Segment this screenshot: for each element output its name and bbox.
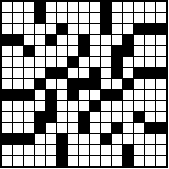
open-cell-r5-c14[interactable] xyxy=(156,57,166,67)
open-cell-r14-c3[interactable] xyxy=(35,156,45,166)
blocked-cell-r8-c10 xyxy=(112,90,122,100)
open-cell-r12-c8[interactable] xyxy=(90,134,100,144)
open-cell-r1-c8[interactable] xyxy=(90,13,100,23)
blocked-cell-r8-c6 xyxy=(68,90,78,100)
open-cell-r13-c2[interactable] xyxy=(24,145,34,155)
blocked-cell-r6-c12 xyxy=(134,68,144,78)
open-cell-r4-c9[interactable] xyxy=(101,46,111,56)
open-cell-r9-c10[interactable] xyxy=(112,101,122,111)
blocked-cell-r8-c9 xyxy=(101,90,111,100)
open-cell-r1-c11[interactable] xyxy=(123,13,133,23)
blocked-cell-r6-c13 xyxy=(145,68,155,78)
open-cell-r5-c2[interactable] xyxy=(24,57,34,67)
open-cell-r3-c2[interactable] xyxy=(24,35,34,45)
open-cell-r12-c13[interactable] xyxy=(145,134,155,144)
open-cell-r3-c3[interactable] xyxy=(35,35,45,45)
open-cell-r2-c1[interactable] xyxy=(13,24,23,34)
open-cell-r4-c5[interactable] xyxy=(57,46,67,56)
open-cell-r1-c13[interactable] xyxy=(145,13,155,23)
open-cell-r3-c13[interactable] xyxy=(145,35,155,45)
open-cell-r14-c8[interactable] xyxy=(90,156,100,166)
open-cell-r13-c6[interactable] xyxy=(68,145,78,155)
open-cell-r14-c4[interactable] xyxy=(46,156,56,166)
blocked-cell-r2-c5 xyxy=(57,24,67,34)
open-cell-r1-c2[interactable] xyxy=(24,13,34,23)
open-cell-r10-c14[interactable] xyxy=(156,112,166,122)
open-cell-r9-c5[interactable] xyxy=(57,101,67,111)
open-cell-r9-c3[interactable] xyxy=(35,101,45,111)
open-cell-r5-c8[interactable] xyxy=(90,57,100,67)
open-cell-r8-c11[interactable] xyxy=(123,90,133,100)
open-cell-r8-c12[interactable] xyxy=(134,90,144,100)
open-cell-r1-c14[interactable] xyxy=(156,13,166,23)
open-cell-r13-c8[interactable] xyxy=(90,145,100,155)
blocked-cell-r9-c4 xyxy=(46,101,56,111)
open-cell-r12-c12[interactable] xyxy=(134,134,144,144)
open-cell-r0-c11[interactable] xyxy=(123,2,133,12)
open-cell-r12-c10[interactable] xyxy=(112,134,122,144)
open-cell-r4-c8[interactable] xyxy=(90,46,100,56)
blocked-cell-r12-c5 xyxy=(57,134,67,144)
blocked-cell-r11-c3 xyxy=(35,123,45,133)
blocked-cell-r11-c14 xyxy=(156,123,166,133)
open-cell-r5-c0[interactable] xyxy=(2,57,12,67)
open-cell-r9-c14[interactable] xyxy=(156,101,166,111)
open-cell-r14-c7[interactable] xyxy=(79,156,89,166)
open-cell-r1-c1[interactable] xyxy=(13,13,23,23)
open-cell-r7-c5[interactable] xyxy=(57,79,67,89)
open-cell-r1-c7[interactable] xyxy=(79,13,89,23)
blocked-cell-r10-c4 xyxy=(46,112,56,122)
blocked-cell-r12-c9 xyxy=(101,134,111,144)
open-cell-r14-c13[interactable] xyxy=(145,156,155,166)
open-cell-r2-c3[interactable] xyxy=(35,24,45,34)
blocked-cell-r14-c5 xyxy=(57,156,67,166)
open-cell-r2-c2[interactable] xyxy=(24,24,34,34)
open-cell-r6-c7[interactable] xyxy=(79,68,89,78)
blocked-cell-r13-c5 xyxy=(57,145,67,155)
open-cell-r14-c1[interactable] xyxy=(13,156,23,166)
blocked-cell-r9-c8 xyxy=(90,101,100,111)
open-cell-r10-c6[interactable] xyxy=(68,112,78,122)
open-cell-r13-c14[interactable] xyxy=(156,145,166,155)
open-cell-r8-c8[interactable] xyxy=(90,90,100,100)
open-cell-r6-c2[interactable] xyxy=(24,68,34,78)
open-cell-r7-c12[interactable] xyxy=(134,79,144,89)
blocked-cell-r4-c11 xyxy=(123,46,133,56)
open-cell-r13-c7[interactable] xyxy=(79,145,89,155)
blocked-cell-r5-c10 xyxy=(112,57,122,67)
open-cell-r10-c9[interactable] xyxy=(101,112,111,122)
open-cell-r5-c11[interactable] xyxy=(123,57,133,67)
open-cell-r11-c2[interactable] xyxy=(24,123,34,133)
blocked-cell-r12-c2 xyxy=(24,134,34,144)
open-cell-r14-c9[interactable] xyxy=(101,156,111,166)
open-cell-r9-c12[interactable] xyxy=(134,101,144,111)
blocked-cell-r6-c4 xyxy=(46,68,56,78)
open-cell-r11-c12[interactable] xyxy=(134,123,144,133)
open-cell-r6-c6[interactable] xyxy=(68,68,78,78)
open-cell-r9-c13[interactable] xyxy=(145,101,155,111)
open-cell-r5-c1[interactable] xyxy=(13,57,23,67)
open-cell-r7-c10[interactable] xyxy=(112,79,122,89)
open-cell-r10-c8[interactable] xyxy=(90,112,100,122)
open-cell-r13-c9[interactable] xyxy=(101,145,111,155)
open-cell-r9-c6[interactable] xyxy=(68,101,78,111)
blocked-cell-r4-c2 xyxy=(24,46,34,56)
open-cell-r2-c0[interactable] xyxy=(2,24,12,34)
blocked-cell-r2-c13 xyxy=(145,24,155,34)
blocked-cell-r8-c0 xyxy=(2,90,12,100)
open-cell-r2-c6[interactable] xyxy=(68,24,78,34)
blocked-cell-r2-c12 xyxy=(134,24,144,34)
blocked-cell-r14-c11 xyxy=(123,156,133,166)
blocked-cell-r3-c4 xyxy=(46,35,56,45)
blocked-cell-r7-c11 xyxy=(123,79,133,89)
open-cell-r13-c4[interactable] xyxy=(46,145,56,155)
open-cell-r2-c11[interactable] xyxy=(123,24,133,34)
open-cell-r0-c10[interactable] xyxy=(112,2,122,12)
open-cell-r13-c12[interactable] xyxy=(134,145,144,155)
open-cell-r0-c7[interactable] xyxy=(79,2,89,12)
open-cell-r4-c14[interactable] xyxy=(156,46,166,56)
open-cell-r7-c13[interactable] xyxy=(145,79,155,89)
blocked-cell-r11-c7 xyxy=(79,123,89,133)
open-cell-r0-c12[interactable] xyxy=(134,2,144,12)
open-cell-r7-c4[interactable] xyxy=(46,79,56,89)
open-cell-r14-c6[interactable] xyxy=(68,156,78,166)
open-cell-r3-c10[interactable] xyxy=(112,35,122,45)
open-cell-r7-c2[interactable] xyxy=(24,79,34,89)
open-cell-r3-c5[interactable] xyxy=(57,35,67,45)
blocked-cell-r8-c4 xyxy=(46,90,56,100)
open-cell-r13-c3[interactable] xyxy=(35,145,45,155)
open-cell-r2-c8[interactable] xyxy=(90,24,100,34)
open-cell-r1-c4[interactable] xyxy=(46,13,56,23)
open-cell-r11-c6[interactable] xyxy=(68,123,78,133)
blocked-cell-r7-c6 xyxy=(68,79,78,89)
open-cell-r5-c4[interactable] xyxy=(46,57,56,67)
open-cell-r3-c14[interactable] xyxy=(156,35,166,45)
open-cell-r1-c5[interactable] xyxy=(57,13,67,23)
open-cell-r9-c11[interactable] xyxy=(123,101,133,111)
open-cell-r0-c2[interactable] xyxy=(24,2,34,12)
open-cell-r13-c1[interactable] xyxy=(13,145,23,155)
open-cell-r5-c13[interactable] xyxy=(145,57,155,67)
blocked-cell-r10-c7 xyxy=(79,112,89,122)
open-cell-r5-c3[interactable] xyxy=(35,57,45,67)
open-cell-r0-c14[interactable] xyxy=(156,2,166,12)
blocked-cell-r8-c2 xyxy=(24,90,34,100)
blocked-cell-r10-c3 xyxy=(35,112,45,122)
open-cell-r14-c10[interactable] xyxy=(112,156,122,166)
open-cell-r12-c11[interactable] xyxy=(123,134,133,144)
open-cell-r0-c5[interactable] xyxy=(57,2,67,12)
open-cell-r4-c0[interactable] xyxy=(2,46,12,56)
open-cell-r11-c1[interactable] xyxy=(13,123,23,133)
open-cell-r9-c1[interactable] xyxy=(13,101,23,111)
open-cell-r7-c9[interactable] xyxy=(101,79,111,89)
open-cell-r11-c4[interactable] xyxy=(46,123,56,133)
open-cell-r13-c0[interactable] xyxy=(2,145,12,155)
open-cell-r3-c12[interactable] xyxy=(134,35,144,45)
open-cell-r0-c13[interactable] xyxy=(145,2,155,12)
open-cell-r9-c9[interactable] xyxy=(101,101,111,111)
blocked-cell-r10-c12 xyxy=(134,112,144,122)
open-cell-r7-c14[interactable] xyxy=(156,79,166,89)
open-cell-r12-c4[interactable] xyxy=(46,134,56,144)
open-cell-r4-c3[interactable] xyxy=(35,46,45,56)
blocked-cell-r13-c11 xyxy=(123,145,133,155)
open-cell-r13-c13[interactable] xyxy=(145,145,155,155)
crossword-page xyxy=(0,0,169,169)
blocked-cell-r7-c7 xyxy=(79,79,89,89)
open-cell-r9-c0[interactable] xyxy=(2,101,12,111)
open-cell-r6-c11[interactable] xyxy=(123,68,133,78)
open-cell-r12-c6[interactable] xyxy=(68,134,78,144)
open-cell-r5-c12[interactable] xyxy=(134,57,144,67)
open-cell-r14-c2[interactable] xyxy=(24,156,34,166)
open-cell-r7-c0[interactable] xyxy=(2,79,12,89)
open-cell-r11-c5[interactable] xyxy=(57,123,67,133)
open-cell-r0-c1[interactable] xyxy=(13,2,23,12)
open-cell-r8-c7[interactable] xyxy=(79,90,89,100)
blocked-cell-r3-c0 xyxy=(2,35,12,45)
blocked-cell-r12-c1 xyxy=(13,134,23,144)
blocked-cell-r12-c0 xyxy=(2,134,12,144)
blocked-cell-r1-c9 xyxy=(101,13,111,23)
open-cell-r1-c12[interactable] xyxy=(134,13,144,23)
blocked-cell-r6-c10 xyxy=(112,68,122,78)
open-cell-r4-c6[interactable] xyxy=(68,46,78,56)
open-cell-r2-c4[interactable] xyxy=(46,24,56,34)
open-cell-r7-c1[interactable] xyxy=(13,79,23,89)
blocked-cell-r6-c8 xyxy=(90,68,100,78)
blocked-cell-r1-c3 xyxy=(35,13,45,23)
blocked-cell-r6-c14 xyxy=(156,68,166,78)
blocked-cell-r0-c3 xyxy=(35,2,45,12)
open-cell-r10-c1[interactable] xyxy=(13,112,23,122)
blocked-cell-r11-c10 xyxy=(112,123,122,133)
open-cell-r4-c13[interactable] xyxy=(145,46,155,56)
open-cell-r3-c6[interactable] xyxy=(68,35,78,45)
open-cell-r0-c8[interactable] xyxy=(90,2,100,12)
open-cell-r9-c7[interactable] xyxy=(79,101,89,111)
open-cell-r2-c10[interactable] xyxy=(112,24,122,34)
open-cell-r4-c1[interactable] xyxy=(13,46,23,56)
open-cell-r2-c7[interactable] xyxy=(79,24,89,34)
open-cell-r5-c7[interactable] xyxy=(79,57,89,67)
open-cell-r1-c0[interactable] xyxy=(2,13,12,23)
blocked-cell-r6-c5 xyxy=(57,68,67,78)
blocked-cell-r3-c11 xyxy=(123,35,133,45)
open-cell-r9-c2[interactable] xyxy=(24,101,34,111)
open-cell-r11-c9[interactable] xyxy=(101,123,111,133)
open-cell-r5-c9[interactable] xyxy=(101,57,111,67)
blocked-cell-r4-c10 xyxy=(112,46,122,56)
open-cell-r11-c0[interactable] xyxy=(2,123,12,133)
open-cell-r10-c2[interactable] xyxy=(24,112,34,122)
open-cell-r8-c3[interactable] xyxy=(35,90,45,100)
blocked-cell-r8-c1 xyxy=(13,90,23,100)
open-cell-r10-c5[interactable] xyxy=(57,112,67,122)
open-cell-r14-c14[interactable] xyxy=(156,156,166,166)
crossword-grid xyxy=(0,0,168,168)
open-cell-r0-c6[interactable] xyxy=(68,2,78,12)
open-cell-r12-c14[interactable] xyxy=(156,134,166,144)
blocked-cell-r4-c7 xyxy=(79,46,89,56)
open-cell-r6-c1[interactable] xyxy=(13,68,23,78)
open-cell-r6-c3[interactable] xyxy=(35,68,45,78)
open-cell-r8-c5[interactable] xyxy=(57,90,67,100)
blocked-cell-r7-c8 xyxy=(90,79,100,89)
open-cell-r14-c0[interactable] xyxy=(2,156,12,166)
open-cell-r3-c8[interactable] xyxy=(90,35,100,45)
open-cell-r10-c10[interactable] xyxy=(112,112,122,122)
open-cell-r6-c0[interactable] xyxy=(2,68,12,78)
blocked-cell-r2-c9 xyxy=(101,24,111,34)
open-cell-r6-c9[interactable] xyxy=(101,68,111,78)
open-cell-r11-c8[interactable] xyxy=(90,123,100,133)
open-cell-r4-c12[interactable] xyxy=(134,46,144,56)
blocked-cell-r5-c6 xyxy=(68,57,78,67)
open-cell-r1-c10[interactable] xyxy=(112,13,122,23)
blocked-cell-r11-c13 xyxy=(145,123,155,133)
open-cell-r12-c7[interactable] xyxy=(79,134,89,144)
open-cell-r5-c5[interactable] xyxy=(57,57,67,67)
blocked-cell-r3-c1 xyxy=(13,35,23,45)
blocked-cell-r2-c14 xyxy=(156,24,166,34)
open-cell-r0-c4[interactable] xyxy=(46,2,56,12)
open-cell-r14-c12[interactable] xyxy=(134,156,144,166)
open-cell-r10-c13[interactable] xyxy=(145,112,155,122)
blocked-cell-r7-c3 xyxy=(35,79,45,89)
open-cell-r10-c11[interactable] xyxy=(123,112,133,122)
open-cell-r11-c11[interactable] xyxy=(123,123,133,133)
open-cell-r0-c0[interactable] xyxy=(2,2,12,12)
open-cell-r13-c10[interactable] xyxy=(112,145,122,155)
blocked-cell-r3-c7 xyxy=(79,35,89,45)
open-cell-r12-c3[interactable] xyxy=(35,134,45,144)
blocked-cell-r0-c9 xyxy=(101,2,111,12)
open-cell-r8-c14[interactable] xyxy=(156,90,166,100)
open-cell-r3-c9[interactable] xyxy=(101,35,111,45)
open-cell-r8-c13[interactable] xyxy=(145,90,155,100)
open-cell-r10-c0[interactable] xyxy=(2,112,12,122)
open-cell-r1-c6[interactable] xyxy=(68,13,78,23)
open-cell-r4-c4[interactable] xyxy=(46,46,56,56)
